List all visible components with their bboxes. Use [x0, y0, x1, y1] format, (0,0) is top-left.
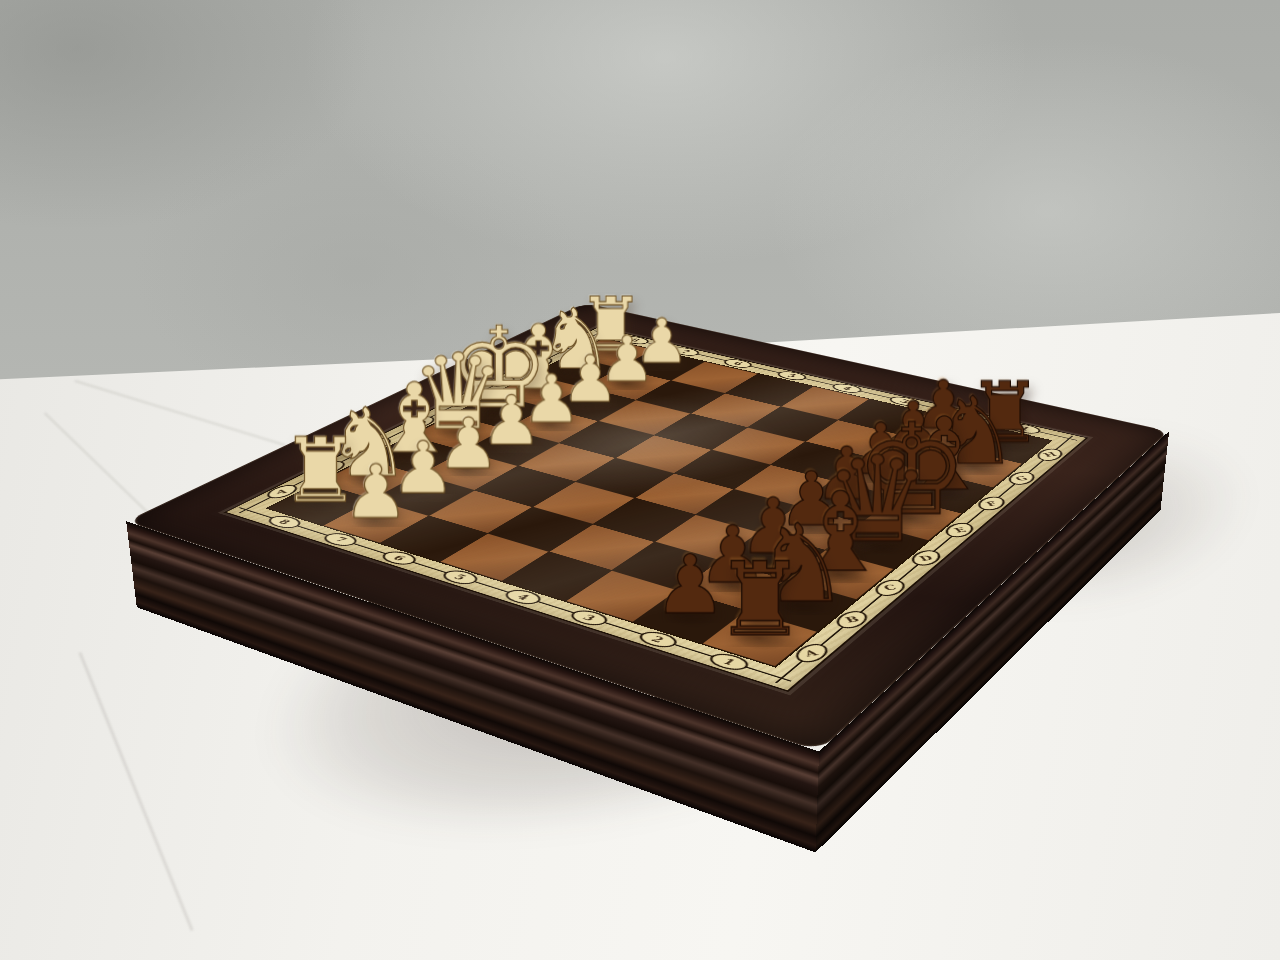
chess-board: ♜♟♟♜♞♟♟♞♝♟♟♝♚♟♟♚♛♟♟♛♝♟♟♝♞♟♟♞♜♟♟♜ 1122334…: [126, 303, 1169, 751]
rank-label-3-near-text: 3: [580, 613, 597, 622]
rank-label-2-near: 2: [633, 629, 682, 651]
rank-label-4-far-text: 4: [841, 386, 854, 391]
rank-label-4-near: 4: [500, 587, 547, 607]
rank-label-1-near: 1: [704, 651, 754, 674]
file-label-b-near-text: B: [843, 615, 861, 624]
rank-label-5-near-text: 5: [452, 573, 469, 581]
rank-label-6-far: 6: [720, 358, 756, 370]
perspective-scene: ♜♟♟♜♞♟♟♞♝♟♟♝♚♟♟♚♛♟♟♛♝♟♟♝♞♟♟♞♜♟♟♜ 1122334…: [0, 0, 1280, 960]
rank-label-6-far-text: 6: [732, 361, 745, 366]
rank-label-3-near: 3: [565, 607, 613, 628]
rank-label-8-near: 8: [263, 513, 306, 530]
piece-brown-rook-a1: ♜: [677, 548, 843, 650]
rank-label-7-near-text: 7: [332, 536, 349, 543]
file-label-a-near-text: A: [803, 649, 820, 658]
piece-white-pawn-a7: ♟: [302, 456, 450, 530]
file-label-a-near: A: [789, 641, 833, 665]
rank-label-5-near: 5: [437, 568, 483, 587]
file-label-c-near-text: C: [882, 584, 899, 592]
rank-label-6-near-text: 6: [391, 554, 408, 562]
rank-label-2-near-text: 2: [649, 635, 666, 644]
rank-label-5-far: 5: [773, 370, 810, 382]
